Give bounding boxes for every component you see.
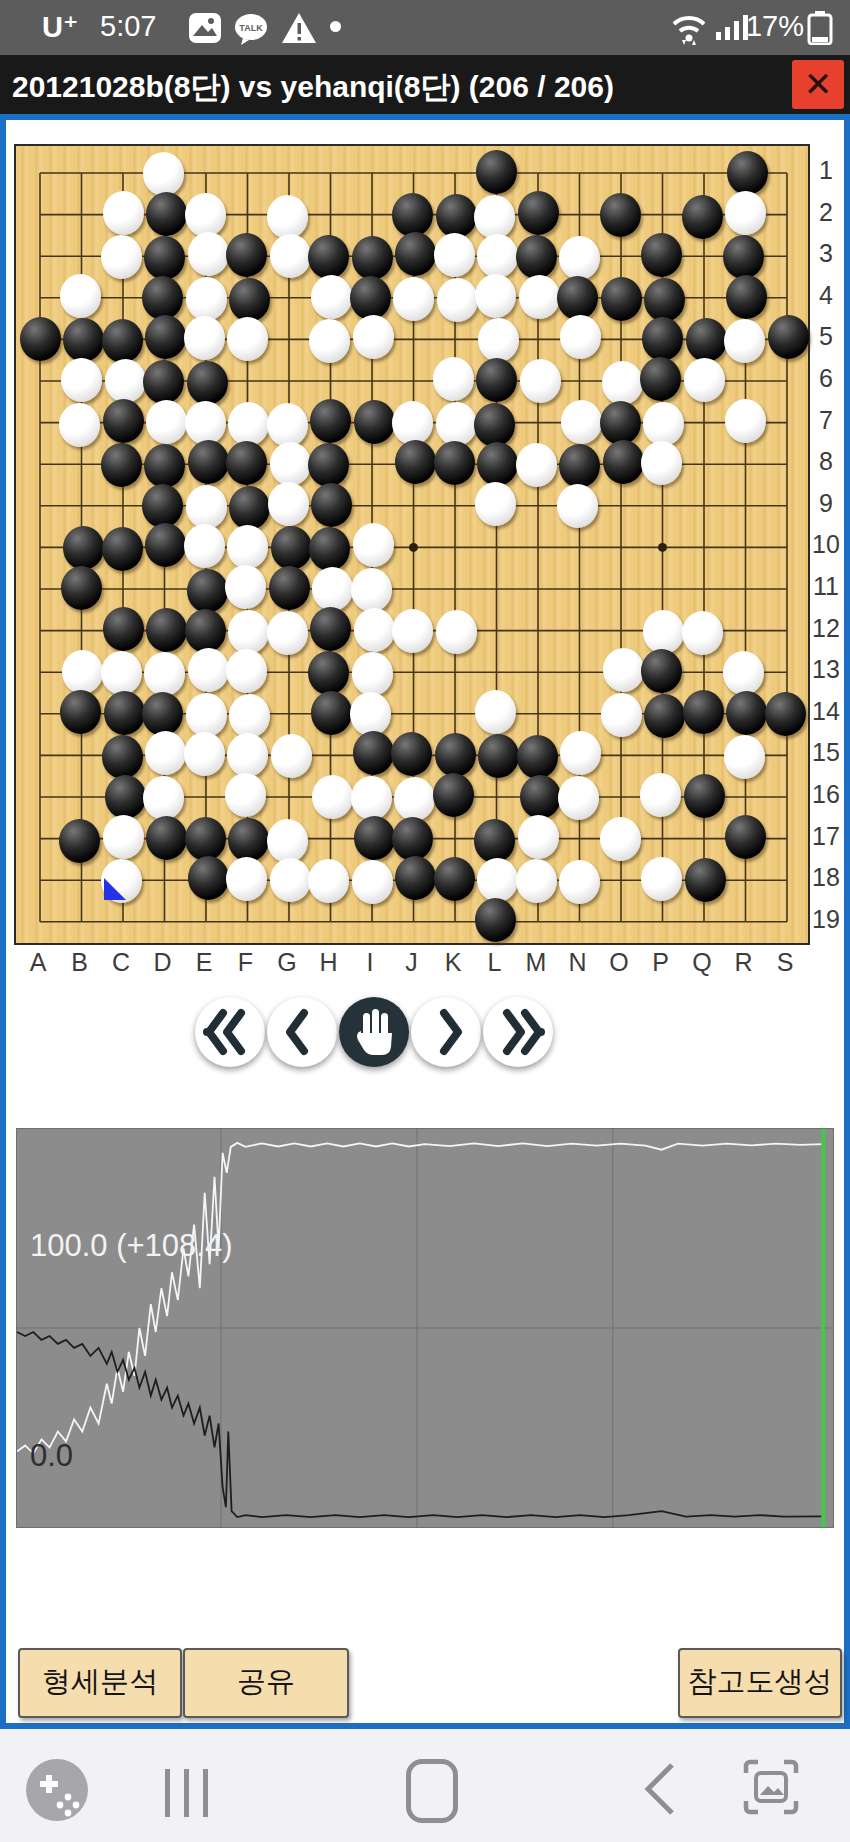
row-label-9: 9 [808, 489, 844, 518]
white-stone-B4 [60, 274, 101, 318]
black-winrate-label: 0.0 [30, 1438, 73, 1474]
white-stone-K3 [434, 233, 475, 277]
black-stone-B17 [59, 819, 100, 863]
col-label-H: H [309, 948, 349, 977]
black-stone-H12 [310, 607, 351, 651]
white-stone-O13 [603, 648, 644, 692]
scan-icon[interactable] [742, 1759, 800, 1815]
black-stone-E12 [185, 609, 226, 653]
white-stone-D16 [143, 776, 184, 820]
black-stone-E8 [188, 440, 229, 484]
black-stone-A5 [20, 317, 61, 361]
white-stone-N3 [559, 236, 600, 280]
white-stone-E4 [186, 277, 227, 321]
white-stone-Q12 [682, 611, 723, 655]
black-stone-K2 [436, 194, 477, 238]
black-stone-C8 [101, 443, 142, 487]
white-stone-M8 [516, 443, 557, 487]
phone-screen: { "status_bar":{"carrier":"U⁺","time":"5… [0, 0, 850, 1842]
white-stone-E3 [188, 232, 229, 276]
row-label-3: 3 [808, 239, 844, 268]
black-stone-F3 [226, 233, 267, 277]
white-stone-B13 [62, 650, 103, 694]
black-stone-M15 [517, 735, 558, 779]
black-stone-S14 [765, 692, 806, 736]
black-stone-L1 [476, 150, 517, 194]
white-stone-N18 [559, 860, 600, 904]
reference-diagram-button[interactable]: 참고도생성 [678, 1648, 842, 1718]
col-label-Q: Q [682, 948, 722, 977]
black-stone-L7 [474, 403, 515, 447]
battery-icon [806, 11, 836, 45]
black-stone-Q18 [685, 858, 726, 902]
black-stone-R1 [727, 151, 768, 195]
white-stone-O17 [600, 817, 641, 861]
row-label-13: 13 [808, 655, 844, 684]
white-stone-H18 [308, 859, 349, 903]
white-stone-E13 [188, 648, 229, 692]
game-launcher-icon[interactable] [24, 1757, 90, 1823]
white-stone-D13 [144, 652, 185, 696]
white-stone-C17 [103, 815, 144, 859]
black-stone-I7 [354, 400, 395, 444]
white-stone-D1 [143, 152, 184, 196]
hand-mode-button[interactable] [339, 997, 409, 1067]
black-stone-B11 [61, 566, 102, 610]
white-stone-G15 [271, 734, 312, 778]
winrate-graph[interactable] [16, 1128, 834, 1528]
black-stone-D4 [142, 276, 183, 320]
white-stone-C3 [101, 235, 142, 279]
black-stone-K18 [434, 857, 475, 901]
black-stone-P4 [644, 278, 685, 322]
black-stone-P13 [641, 649, 682, 693]
white-stone-L4 [475, 274, 516, 318]
svg-text:TALK: TALK [239, 23, 263, 33]
white-stone-F13 [226, 649, 267, 693]
white-stone-F16 [225, 773, 266, 817]
black-stone-C10 [102, 527, 143, 571]
black-stone-C12 [103, 607, 144, 651]
white-stone-E5 [184, 316, 225, 360]
black-stone-O7 [600, 401, 641, 445]
black-stone-B14 [60, 690, 101, 734]
white-stone-G12 [267, 611, 308, 655]
black-stone-M3 [516, 235, 557, 279]
black-stone-F9 [229, 486, 270, 530]
col-label-E: E [184, 948, 224, 977]
white-stone-F12 [228, 610, 269, 654]
white-stone-J4 [393, 277, 434, 321]
white-stone-L18 [477, 858, 518, 902]
white-stone-L2 [474, 195, 515, 239]
white-stone-K4 [437, 278, 478, 322]
white-winrate-label: 100.0 (+108.4) [30, 1228, 233, 1264]
white-stone-R2 [725, 191, 766, 235]
black-stone-J8 [395, 440, 436, 484]
white-stone-C13 [101, 651, 142, 695]
col-label-F: F [226, 948, 266, 977]
black-stone-C15 [102, 735, 143, 779]
white-stone-F11 [225, 565, 266, 609]
col-label-M: M [516, 948, 556, 977]
row-label-17: 17 [808, 822, 844, 851]
black-stone-F4 [229, 278, 270, 322]
black-stone-D6 [143, 360, 184, 404]
black-stone-K16 [433, 773, 474, 817]
close-button[interactable]: ✕ [792, 60, 844, 109]
white-stone-G8 [270, 442, 311, 486]
status-bar: U⁺ 5:07 TALK 17% [0, 0, 850, 55]
col-label-A: A [18, 948, 58, 977]
row-label-18: 18 [808, 863, 844, 892]
black-stone-H8 [308, 443, 349, 487]
row-label-19: 19 [808, 905, 844, 934]
kakaotalk-icon: TALK [233, 12, 269, 46]
white-stone-P18 [641, 857, 682, 901]
black-stone-N8 [559, 444, 600, 488]
white-stone-B6 [61, 358, 102, 402]
row-label-7: 7 [808, 406, 844, 435]
black-stone-M16 [520, 775, 561, 819]
black-stone-D8 [144, 444, 185, 488]
white-stone-I18 [352, 860, 393, 904]
col-label-N: N [558, 948, 598, 977]
col-label-J: J [392, 948, 432, 977]
white-stone-C2 [103, 191, 144, 235]
black-stone-H14 [311, 691, 352, 735]
white-stone-O14 [601, 693, 642, 737]
winrate-curves [17, 1129, 833, 1527]
white-stone-P7 [643, 402, 684, 446]
black-stone-R3 [723, 235, 764, 279]
black-stone-L6 [476, 358, 517, 402]
carrier-label: U⁺ [42, 10, 78, 44]
battery-percent: 17% [746, 10, 804, 43]
row-label-8: 8 [808, 447, 844, 476]
black-stone-C16 [105, 775, 146, 819]
white-stone-R7 [725, 399, 766, 443]
white-stone-I13 [352, 652, 393, 696]
col-label-B: B [60, 948, 100, 977]
black-stone-H9 [311, 483, 352, 527]
white-stone-B7 [59, 403, 100, 447]
white-stone-E10 [184, 524, 225, 568]
white-stone-G7 [267, 403, 308, 447]
white-stone-P12 [643, 610, 684, 654]
share-button[interactable]: 공유 [183, 1648, 349, 1718]
black-stone-G11 [269, 566, 310, 610]
black-stone-J3 [395, 232, 436, 276]
title-bar: 20121028b(8단) vs yehanqi(8단) (206 / 206)… [0, 55, 850, 114]
col-label-P: P [641, 948, 681, 977]
white-stone-I14 [350, 692, 391, 736]
black-stone-D3 [144, 236, 185, 280]
black-stone-C14 [104, 691, 145, 735]
white-stone-I11 [351, 568, 392, 612]
black-stone-E17 [185, 817, 226, 861]
white-stone-L9 [475, 482, 516, 526]
fast-forward-button[interactable] [483, 997, 553, 1067]
black-stone-C7 [103, 399, 144, 443]
white-stone-G18 [270, 858, 311, 902]
white-stone-J16 [394, 777, 435, 821]
black-stone-D17 [146, 816, 187, 860]
black-stone-O4 [601, 277, 642, 321]
white-stone-H11 [312, 567, 353, 611]
col-label-G: G [267, 948, 307, 977]
white-stone-E15 [184, 732, 225, 776]
white-stone-L3 [477, 234, 518, 278]
row-label-6: 6 [808, 364, 844, 393]
white-stone-I16 [351, 776, 392, 820]
white-stone-K7 [436, 402, 477, 446]
white-stone-M17 [518, 815, 559, 859]
black-stone-M2 [518, 191, 559, 235]
black-stone-E6 [187, 361, 228, 405]
game-title: 20121028b(8단) vs yehanqi(8단) (206 / 206) [12, 67, 614, 108]
white-stone-J12 [392, 609, 433, 653]
col-label-L: L [475, 948, 515, 977]
white-stone-H16 [312, 775, 353, 819]
col-label-C: C [101, 948, 141, 977]
white-stone-L14 [475, 690, 516, 734]
black-stone-K8 [434, 441, 475, 485]
black-stone-D12 [146, 608, 187, 652]
situation-analysis-button[interactable]: 형세분석 [18, 1648, 182, 1718]
white-stone-E9 [186, 485, 227, 529]
white-stone-E14 [186, 693, 227, 737]
white-stone-G9 [268, 482, 309, 526]
black-stone-E18 [188, 856, 229, 900]
black-stone-F17 [228, 818, 269, 862]
black-stone-H3 [308, 235, 349, 279]
black-stone-R4 [726, 275, 767, 319]
white-stone-C6 [105, 359, 146, 403]
black-stone-K15 [435, 733, 476, 777]
recent-apps-icon[interactable] [163, 1769, 213, 1819]
black-stone-L8 [477, 442, 518, 486]
white-stone-G17 [267, 819, 308, 863]
black-stone-H13 [308, 651, 349, 695]
black-stone-D2 [146, 192, 187, 236]
last-move-marker [104, 878, 126, 900]
white-stone-R13 [723, 651, 764, 695]
white-stone-G2 [267, 195, 308, 239]
black-stone-J17 [392, 817, 433, 861]
white-stone-P16 [640, 773, 681, 817]
black-stone-L19 [475, 898, 516, 942]
white-stone-I10 [353, 523, 394, 567]
white-stone-P8 [641, 441, 682, 485]
fast-backward-button[interactable] [195, 997, 265, 1067]
black-stone-O2 [600, 193, 641, 237]
white-stone-D7 [146, 400, 187, 444]
row-label-14: 14 [808, 697, 844, 726]
row-label-16: 16 [808, 780, 844, 809]
white-stone-C18 [101, 859, 142, 903]
row-label-2: 2 [808, 198, 844, 227]
white-stone-M4 [519, 275, 560, 319]
col-label-S: S [765, 948, 805, 977]
black-stone-P3 [641, 233, 682, 277]
row-label-11: 11 [808, 572, 844, 601]
black-stone-Q2 [682, 195, 723, 239]
black-stone-L17 [474, 819, 515, 863]
col-label-D: D [143, 948, 183, 977]
android-navbar [0, 1729, 850, 1842]
row-label-15: 15 [808, 738, 844, 767]
black-stone-Q16 [684, 774, 725, 818]
home-icon[interactable] [406, 1759, 458, 1823]
white-stone-J7 [392, 401, 433, 445]
black-stone-Q5 [686, 318, 727, 362]
white-stone-K12 [436, 610, 477, 654]
white-stone-H4 [311, 275, 352, 319]
row-label-10: 10 [808, 530, 844, 559]
step-backward-button[interactable] [267, 997, 337, 1067]
status-time: 5:07 [100, 10, 156, 43]
black-stone-R14 [726, 691, 767, 735]
white-stone-F7 [228, 402, 269, 446]
row-label-1: 1 [808, 156, 844, 185]
white-stone-K6 [433, 357, 474, 401]
black-stone-D14 [142, 692, 183, 736]
gallery-icon [188, 12, 222, 44]
white-stone-E7 [185, 401, 226, 445]
white-stone-M6 [520, 359, 561, 403]
wifi-icon [668, 10, 710, 46]
black-stone-S5 [768, 315, 809, 359]
row-label-4: 4 [808, 281, 844, 310]
row-label-5: 5 [808, 322, 844, 351]
black-stone-P14 [644, 694, 685, 738]
white-stone-E2 [185, 193, 226, 237]
black-stone-H7 [310, 399, 351, 443]
black-stone-N4 [557, 276, 598, 320]
warning-icon [281, 12, 317, 44]
col-label-I: I [350, 948, 390, 977]
white-stone-N16 [558, 776, 599, 820]
white-stone-O6 [602, 361, 643, 405]
notification-dot [330, 21, 341, 32]
black-stone-I3 [352, 236, 393, 280]
white-stone-G3 [270, 234, 311, 278]
black-stone-F8 [226, 441, 267, 485]
black-stone-O8 [603, 440, 644, 484]
white-stone-Q6 [684, 358, 725, 402]
black-stone-I15 [353, 731, 394, 775]
go-board[interactable] [14, 144, 810, 945]
black-stone-R17 [725, 815, 766, 859]
black-stone-Q14 [683, 690, 724, 734]
white-stone-F14 [229, 694, 270, 738]
row-label-12: 12 [808, 614, 844, 643]
black-stone-I17 [354, 816, 395, 860]
white-stone-M18 [516, 859, 557, 903]
step-forward-button[interactable] [411, 997, 481, 1067]
white-stone-N9 [557, 484, 598, 528]
col-label-R: R [724, 948, 764, 977]
black-stone-P6 [640, 357, 681, 401]
white-stone-F18 [226, 857, 267, 901]
black-stone-G10 [271, 526, 312, 570]
white-stone-N7 [561, 400, 602, 444]
black-stone-J18 [395, 856, 436, 900]
black-stone-J2 [392, 193, 433, 237]
black-stone-E11 [187, 569, 228, 613]
back-icon[interactable] [640, 1761, 680, 1817]
col-label-K: K [433, 948, 473, 977]
col-label-O: O [599, 948, 639, 977]
white-stone-I12 [354, 608, 395, 652]
white-stone-I5 [353, 315, 394, 359]
black-stone-I4 [350, 276, 391, 320]
black-stone-D9 [142, 484, 183, 528]
black-stone-C5 [102, 319, 143, 363]
